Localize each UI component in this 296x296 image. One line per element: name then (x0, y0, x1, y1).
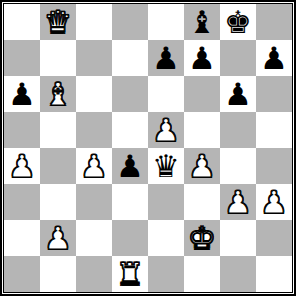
white-pawn: ♟ (8, 148, 36, 184)
square-c4[interactable]: ♟ (76, 148, 112, 184)
square-b6[interactable]: ♝ (40, 76, 76, 112)
square-e5[interactable]: ♟ (148, 112, 184, 148)
square-a7[interactable] (4, 40, 40, 76)
square-d1[interactable]: ♜ (112, 256, 148, 292)
square-d3[interactable] (112, 184, 148, 220)
square-g2[interactable] (220, 220, 256, 256)
square-h6[interactable] (256, 76, 292, 112)
square-a6[interactable]: ♟ (4, 76, 40, 112)
chess-board: ♛♝♚♟♟♟♟♝♟♟♟♟♟♛♟♟♟♟♚♜ (3, 3, 293, 293)
square-c1[interactable] (76, 256, 112, 292)
square-e8[interactable] (148, 4, 184, 40)
square-g4[interactable] (220, 148, 256, 184)
square-e4[interactable]: ♛ (148, 148, 184, 184)
square-h7[interactable]: ♟ (256, 40, 292, 76)
square-h2[interactable] (256, 220, 292, 256)
black-pawn: ♟ (116, 148, 144, 184)
chess-board-frame: ♛♝♚♟♟♟♟♝♟♟♟♟♟♛♟♟♟♟♚♜ (0, 0, 296, 296)
square-e2[interactable] (148, 220, 184, 256)
white-pawn: ♟ (44, 220, 72, 256)
square-d5[interactable] (112, 112, 148, 148)
square-b5[interactable] (40, 112, 76, 148)
square-h1[interactable] (256, 256, 292, 292)
square-f3[interactable] (184, 184, 220, 220)
square-e3[interactable] (148, 184, 184, 220)
square-b3[interactable] (40, 184, 76, 220)
square-g5[interactable] (220, 112, 256, 148)
square-f1[interactable] (184, 256, 220, 292)
square-a5[interactable] (4, 112, 40, 148)
square-g3[interactable]: ♟ (220, 184, 256, 220)
square-b2[interactable]: ♟ (40, 220, 76, 256)
square-c3[interactable] (76, 184, 112, 220)
square-a2[interactable] (4, 220, 40, 256)
square-h8[interactable] (256, 4, 292, 40)
white-queen: ♛ (44, 4, 72, 40)
square-d8[interactable] (112, 4, 148, 40)
square-f7[interactable]: ♟ (184, 40, 220, 76)
black-bishop: ♝ (188, 4, 216, 40)
square-f4[interactable]: ♟ (184, 148, 220, 184)
square-c5[interactable] (76, 112, 112, 148)
square-e1[interactable] (148, 256, 184, 292)
square-e7[interactable]: ♟ (148, 40, 184, 76)
square-c7[interactable] (76, 40, 112, 76)
square-c8[interactable] (76, 4, 112, 40)
black-pawn: ♟ (188, 40, 216, 76)
square-d2[interactable] (112, 220, 148, 256)
square-c6[interactable] (76, 76, 112, 112)
white-pawn: ♟ (260, 184, 288, 220)
square-f5[interactable] (184, 112, 220, 148)
square-f6[interactable] (184, 76, 220, 112)
white-pawn: ♟ (188, 148, 216, 184)
black-pawn: ♟ (8, 76, 36, 112)
square-a4[interactable]: ♟ (4, 148, 40, 184)
square-a8[interactable] (4, 4, 40, 40)
black-pawn: ♟ (260, 40, 288, 76)
square-f8[interactable]: ♝ (184, 4, 220, 40)
square-b8[interactable]: ♛ (40, 4, 76, 40)
square-b7[interactable] (40, 40, 76, 76)
white-pawn: ♟ (80, 148, 108, 184)
black-pawn: ♟ (224, 76, 252, 112)
white-king: ♚ (188, 220, 216, 256)
square-f2[interactable]: ♚ (184, 220, 220, 256)
square-h5[interactable] (256, 112, 292, 148)
square-h4[interactable] (256, 148, 292, 184)
square-d4[interactable]: ♟ (112, 148, 148, 184)
square-b1[interactable] (40, 256, 76, 292)
square-g7[interactable] (220, 40, 256, 76)
square-g6[interactable]: ♟ (220, 76, 256, 112)
square-a3[interactable] (4, 184, 40, 220)
white-pawn: ♟ (152, 112, 180, 148)
black-pawn: ♟ (152, 40, 180, 76)
square-a1[interactable] (4, 256, 40, 292)
black-king: ♚ (224, 4, 252, 40)
black-queen: ♛ (152, 148, 180, 184)
square-d6[interactable] (112, 76, 148, 112)
square-g8[interactable]: ♚ (220, 4, 256, 40)
white-rook: ♜ (116, 256, 144, 292)
square-b4[interactable] (40, 148, 76, 184)
square-e6[interactable] (148, 76, 184, 112)
white-bishop: ♝ (44, 76, 72, 112)
square-c2[interactable] (76, 220, 112, 256)
square-d7[interactable] (112, 40, 148, 76)
square-g1[interactable] (220, 256, 256, 292)
white-pawn: ♟ (224, 184, 252, 220)
square-h3[interactable]: ♟ (256, 184, 292, 220)
